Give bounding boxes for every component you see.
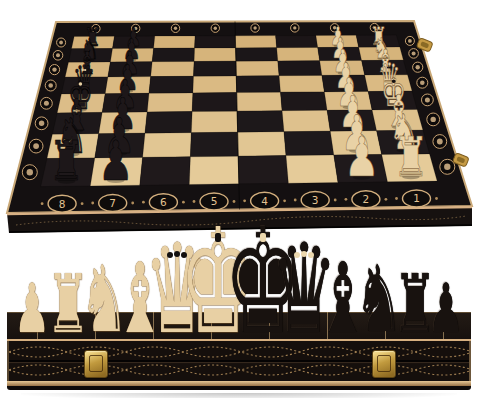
rank-label: 7	[109, 197, 116, 209]
board-square	[276, 36, 318, 48]
board-square	[191, 111, 237, 133]
queen-crown-balls	[301, 251, 307, 257]
medallion-ornament	[22, 165, 37, 180]
board-square	[145, 112, 192, 134]
board-piece: ♜	[393, 125, 428, 188]
medallion-ornament	[171, 24, 179, 32]
medallion-ornament	[251, 24, 259, 32]
medallion-ornament	[53, 51, 63, 61]
box-carving-pattern	[9, 341, 469, 381]
board-square	[237, 92, 282, 111]
box-shadow	[21, 393, 457, 398]
board-square	[281, 92, 328, 111]
board-square	[277, 48, 320, 62]
board-square	[151, 62, 194, 77]
board-square	[194, 48, 236, 62]
medallion-ornament	[409, 49, 419, 59]
medallion-ornament	[35, 117, 48, 130]
rank-label: 8	[59, 198, 66, 210]
board-square	[236, 76, 280, 93]
board-square	[235, 36, 276, 48]
rank-label: 1	[413, 192, 420, 204]
medallion-ornament	[427, 113, 440, 126]
medallion-ornament	[291, 24, 299, 32]
brass-latch-icon	[372, 350, 396, 378]
board-square	[193, 76, 237, 93]
box-top-face	[7, 312, 471, 341]
box-front-face	[7, 341, 471, 381]
board-square	[238, 156, 288, 184]
brass-latch-icon	[84, 350, 108, 378]
queen-crown-balls	[82, 69, 87, 71]
board-square	[282, 110, 330, 131]
rank-label: 3	[312, 194, 319, 206]
board-square	[284, 131, 334, 155]
medallion-ornament	[422, 94, 434, 106]
medallion-ornament	[417, 77, 428, 88]
board-square	[195, 36, 236, 48]
board-square	[194, 61, 237, 76]
board-piece: ♜	[49, 130, 84, 193]
medallion-ornament	[433, 135, 447, 149]
board-square	[154, 36, 196, 48]
medallion-ornament	[49, 65, 59, 75]
medallion-ornament	[440, 159, 455, 174]
queen-crown-balls	[174, 251, 180, 257]
board-square	[147, 93, 193, 112]
board-square	[279, 75, 324, 92]
medallion-ornament	[29, 139, 43, 153]
rank-label: 2	[363, 193, 370, 205]
medallion-ornament	[211, 24, 219, 32]
board-square	[149, 76, 194, 93]
king-finial	[79, 82, 83, 86]
closed-chess-box	[7, 312, 471, 394]
board-square	[237, 111, 284, 133]
board-square	[286, 155, 338, 183]
king-finial	[392, 79, 396, 83]
open-chess-board: 87654321♜♟♟♜♞♟♟♞♝♟♟♝♛♟♟♛♚♟♟♚♝♟♟♝♞♟♟♞♜♟♟♜	[0, 0, 480, 240]
board-piece: ♟	[344, 126, 379, 189]
board-piece: ♟	[98, 129, 133, 192]
board-square	[238, 132, 286, 157]
medallion-ornament	[413, 62, 423, 72]
box-bottom-edge	[7, 386, 471, 390]
rank-label: 4	[261, 195, 268, 207]
medallion-ornament	[405, 36, 414, 45]
board-square	[189, 156, 239, 184]
medallion-ornament	[41, 97, 53, 109]
medallion-ornament	[57, 38, 66, 47]
board-square	[190, 132, 238, 157]
medallion-ornament	[45, 80, 56, 91]
rank-label: 5	[211, 195, 218, 207]
board-square	[236, 61, 279, 76]
board-square	[236, 48, 278, 62]
product-photo: 87654321♜♟♟♜♞♟♟♞♝♟♟♝♛♟♟♛♚♟♟♚♝♟♟♝♞♟♟♞♜♟♟♜…	[0, 0, 480, 398]
board-square	[278, 61, 322, 76]
rank-label: 6	[160, 196, 167, 208]
board-square	[143, 133, 192, 158]
board-square	[140, 157, 191, 185]
board-square	[152, 48, 194, 62]
board-square	[192, 93, 237, 112]
